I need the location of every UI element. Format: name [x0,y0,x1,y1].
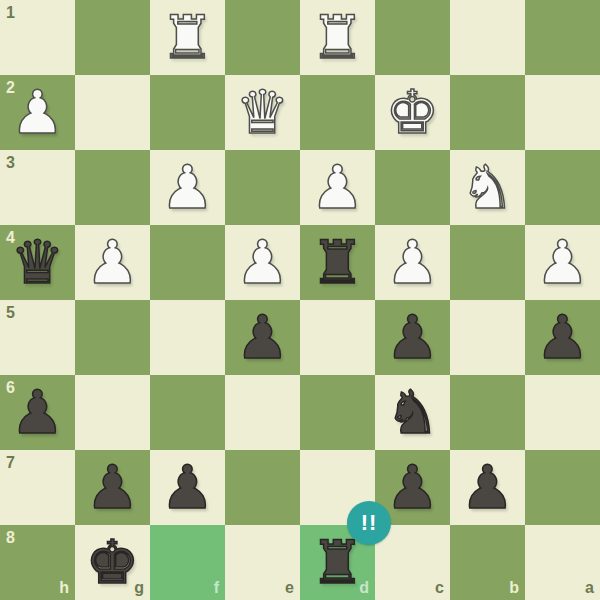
white-pawn-piece[interactable]: ♟ [150,150,225,225]
square-f8[interactable]: f [150,525,225,600]
square-g6[interactable] [75,375,150,450]
square-h2[interactable]: 2♟ [0,75,75,150]
square-h1[interactable]: 1 [0,0,75,75]
white-pawn-piece[interactable]: ♟ [0,75,75,150]
square-g7[interactable]: ♟ [75,450,150,525]
square-e1[interactable] [225,0,300,75]
white-pawn-piece[interactable]: ♟ [525,225,600,300]
square-d6[interactable] [300,375,375,450]
square-a1[interactable] [525,0,600,75]
file-label-c: c [435,580,444,596]
chess-board: 1♜♜2♟♛♚3♟♟♞4♛♟♟♜♟♟5♟♟♟6♟♞7♟♟♟♟8hg♚fed♜cb… [0,0,600,600]
square-f6[interactable] [150,375,225,450]
square-h5[interactable]: 5 [0,300,75,375]
file-label-h: h [59,580,69,596]
black-king-piece[interactable]: ♚ [75,525,150,600]
square-c1[interactable] [375,0,450,75]
square-h3[interactable]: 3 [0,150,75,225]
square-d4[interactable]: ♜ [300,225,375,300]
black-pawn-piece[interactable]: ♟ [450,450,525,525]
black-knight-piece[interactable]: ♞ [375,375,450,450]
square-h8[interactable]: 8h [0,525,75,600]
black-queen-piece[interactable]: ♛ [0,225,75,300]
square-b1[interactable] [450,0,525,75]
black-pawn-piece[interactable]: ♟ [150,450,225,525]
file-label-a: a [585,580,594,596]
rank-label-7: 7 [6,455,15,471]
rank-label-1: 1 [6,5,15,21]
square-b2[interactable] [450,75,525,150]
square-e6[interactable] [225,375,300,450]
white-rook-piece[interactable]: ♜ [150,0,225,75]
black-pawn-piece[interactable]: ♟ [75,450,150,525]
square-b7[interactable]: ♟ [450,450,525,525]
square-g8[interactable]: g♚ [75,525,150,600]
square-c4[interactable]: ♟ [375,225,450,300]
white-knight-piece[interactable]: ♞ [450,150,525,225]
white-queen-piece[interactable]: ♛ [225,75,300,150]
square-e4[interactable]: ♟ [225,225,300,300]
square-a2[interactable] [525,75,600,150]
square-g4[interactable]: ♟ [75,225,150,300]
square-b6[interactable] [450,375,525,450]
square-a5[interactable]: ♟ [525,300,600,375]
square-b5[interactable] [450,300,525,375]
square-f3[interactable]: ♟ [150,150,225,225]
square-g3[interactable] [75,150,150,225]
brilliant-move-badge: !! [347,501,391,545]
square-e2[interactable]: ♛ [225,75,300,150]
file-label-b: b [509,580,519,596]
white-pawn-piece[interactable]: ♟ [300,150,375,225]
square-h7[interactable]: 7 [0,450,75,525]
square-a4[interactable]: ♟ [525,225,600,300]
black-pawn-piece[interactable]: ♟ [375,300,450,375]
square-d2[interactable] [300,75,375,150]
black-pawn-piece[interactable]: ♟ [225,300,300,375]
square-f4[interactable] [150,225,225,300]
board-grid: 1♜♜2♟♛♚3♟♟♞4♛♟♟♜♟♟5♟♟♟6♟♞7♟♟♟♟8hg♚fed♜cb… [0,0,600,600]
square-b8[interactable]: b [450,525,525,600]
rank-label-3: 3 [6,155,15,171]
square-c2[interactable]: ♚ [375,75,450,150]
square-a8[interactable]: a [525,525,600,600]
black-pawn-piece[interactable]: ♟ [0,375,75,450]
white-pawn-piece[interactable]: ♟ [225,225,300,300]
square-e7[interactable] [225,450,300,525]
square-f5[interactable] [150,300,225,375]
square-c6[interactable]: ♞ [375,375,450,450]
square-a3[interactable] [525,150,600,225]
square-d5[interactable] [300,300,375,375]
white-pawn-piece[interactable]: ♟ [75,225,150,300]
square-d3[interactable]: ♟ [300,150,375,225]
rank-label-5: 5 [6,305,15,321]
square-e3[interactable] [225,150,300,225]
square-f1[interactable]: ♜ [150,0,225,75]
square-g1[interactable] [75,0,150,75]
file-label-e: e [285,580,294,596]
rank-label-8: 8 [6,530,15,546]
square-g5[interactable] [75,300,150,375]
square-g2[interactable] [75,75,150,150]
square-c3[interactable] [375,150,450,225]
square-h4[interactable]: 4♛ [0,225,75,300]
square-b3[interactable]: ♞ [450,150,525,225]
square-a7[interactable] [525,450,600,525]
square-f2[interactable] [150,75,225,150]
square-h6[interactable]: 6♟ [0,375,75,450]
square-d1[interactable]: ♜ [300,0,375,75]
square-f7[interactable]: ♟ [150,450,225,525]
file-label-f: f [214,580,219,596]
white-pawn-piece[interactable]: ♟ [375,225,450,300]
white-king-piece[interactable]: ♚ [375,75,450,150]
square-b4[interactable] [450,225,525,300]
square-e8[interactable]: e [225,525,300,600]
black-pawn-piece[interactable]: ♟ [525,300,600,375]
square-e5[interactable]: ♟ [225,300,300,375]
black-rook-piece[interactable]: ♜ [300,225,375,300]
square-c5[interactable]: ♟ [375,300,450,375]
square-a6[interactable] [525,375,600,450]
white-rook-piece[interactable]: ♜ [300,0,375,75]
